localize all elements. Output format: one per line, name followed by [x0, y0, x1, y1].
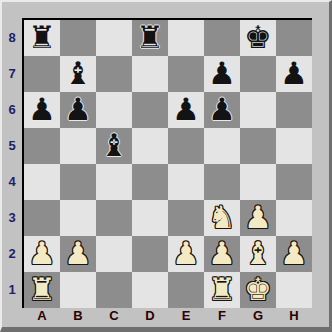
white-rook[interactable]: ♜ [24, 272, 60, 308]
square-b8[interactable] [60, 20, 96, 56]
square-d8[interactable]: ♜ [132, 20, 168, 56]
chess-diagram: ♜♜♚♝♟♟♟♟♟♟♝♞♟♟♟♟♟♝♟♜♜♚ 87654321 ABCDEFGH [0, 0, 332, 332]
square-g6[interactable] [240, 92, 276, 128]
file-label-a: A [24, 308, 60, 326]
chess-board: ♜♜♚♝♟♟♟♟♟♟♝♞♟♟♟♟♟♝♟♜♜♚ [22, 18, 312, 308]
square-d7[interactable] [132, 56, 168, 92]
file-label-f: F [204, 308, 240, 326]
rank-label-7: 7 [2, 56, 22, 92]
white-knight[interactable]: ♞ [204, 200, 240, 236]
white-pawn[interactable]: ♟ [204, 236, 240, 272]
rank-label-5: 5 [2, 128, 22, 164]
square-e2[interactable]: ♟ [168, 236, 204, 272]
square-b6[interactable]: ♟ [60, 92, 96, 128]
square-f3[interactable]: ♞ [204, 200, 240, 236]
square-f6[interactable]: ♟ [204, 92, 240, 128]
square-a2[interactable]: ♟ [24, 236, 60, 272]
square-c3[interactable] [96, 200, 132, 236]
square-d4[interactable] [132, 164, 168, 200]
square-a4[interactable] [24, 164, 60, 200]
square-h7[interactable]: ♟ [276, 56, 312, 92]
black-king[interactable]: ♚ [240, 20, 276, 56]
square-c2[interactable] [96, 236, 132, 272]
square-h2[interactable]: ♟ [276, 236, 312, 272]
black-rook[interactable]: ♜ [132, 20, 168, 56]
file-label-b: B [60, 308, 96, 326]
white-pawn[interactable]: ♟ [240, 200, 276, 236]
black-rook[interactable]: ♜ [24, 20, 60, 56]
rank-label-6: 6 [2, 92, 22, 128]
white-pawn[interactable]: ♟ [168, 236, 204, 272]
square-f4[interactable] [204, 164, 240, 200]
square-g1[interactable]: ♚ [240, 272, 276, 308]
square-e3[interactable] [168, 200, 204, 236]
black-pawn[interactable]: ♟ [204, 92, 240, 128]
square-f1[interactable]: ♜ [204, 272, 240, 308]
rank-label-1: 1 [2, 272, 22, 308]
square-g2[interactable]: ♝ [240, 236, 276, 272]
square-b3[interactable] [60, 200, 96, 236]
file-label-e: E [168, 308, 204, 326]
file-label-d: D [132, 308, 168, 326]
white-bishop[interactable]: ♝ [240, 236, 276, 272]
square-g3[interactable]: ♟ [240, 200, 276, 236]
black-pawn[interactable]: ♟ [204, 56, 240, 92]
square-b2[interactable]: ♟ [60, 236, 96, 272]
square-e4[interactable] [168, 164, 204, 200]
square-h5[interactable] [276, 128, 312, 164]
square-e6[interactable]: ♟ [168, 92, 204, 128]
square-d6[interactable] [132, 92, 168, 128]
rank-label-8: 8 [2, 20, 22, 56]
square-d1[interactable] [132, 272, 168, 308]
square-f5[interactable] [204, 128, 240, 164]
rank-label-4: 4 [2, 164, 22, 200]
square-e8[interactable] [168, 20, 204, 56]
square-g4[interactable] [240, 164, 276, 200]
black-bishop[interactable]: ♝ [60, 56, 96, 92]
white-pawn[interactable]: ♟ [24, 236, 60, 272]
square-e1[interactable] [168, 272, 204, 308]
square-d5[interactable] [132, 128, 168, 164]
square-b1[interactable] [60, 272, 96, 308]
square-f2[interactable]: ♟ [204, 236, 240, 272]
square-a1[interactable]: ♜ [24, 272, 60, 308]
white-king[interactable]: ♚ [240, 272, 276, 308]
square-f8[interactable] [204, 20, 240, 56]
rank-label-3: 3 [2, 200, 22, 236]
square-e7[interactable] [168, 56, 204, 92]
square-b4[interactable] [60, 164, 96, 200]
square-h1[interactable] [276, 272, 312, 308]
square-c4[interactable] [96, 164, 132, 200]
square-c6[interactable] [96, 92, 132, 128]
square-a3[interactable] [24, 200, 60, 236]
file-label-h: H [276, 308, 312, 326]
square-c1[interactable] [96, 272, 132, 308]
white-pawn[interactable]: ♟ [276, 236, 312, 272]
white-pawn[interactable]: ♟ [60, 236, 96, 272]
square-a7[interactable] [24, 56, 60, 92]
square-g5[interactable] [240, 128, 276, 164]
file-label-g: G [240, 308, 276, 326]
file-label-c: C [96, 308, 132, 326]
square-d2[interactable] [132, 236, 168, 272]
square-h3[interactable] [276, 200, 312, 236]
square-h6[interactable] [276, 92, 312, 128]
square-a8[interactable]: ♜ [24, 20, 60, 56]
rank-label-2: 2 [2, 236, 22, 272]
square-g7[interactable] [240, 56, 276, 92]
square-a6[interactable]: ♟ [24, 92, 60, 128]
square-h8[interactable] [276, 20, 312, 56]
square-c5[interactable]: ♝ [96, 128, 132, 164]
black-pawn[interactable]: ♟ [168, 92, 204, 128]
square-c8[interactable] [96, 20, 132, 56]
white-rook[interactable]: ♜ [204, 272, 240, 308]
black-pawn[interactable]: ♟ [24, 92, 60, 128]
square-b7[interactable]: ♝ [60, 56, 96, 92]
black-bishop[interactable]: ♝ [96, 128, 132, 164]
square-h4[interactable] [276, 164, 312, 200]
square-f7[interactable]: ♟ [204, 56, 240, 92]
black-pawn[interactable]: ♟ [60, 92, 96, 128]
square-d3[interactable] [132, 200, 168, 236]
square-b5[interactable] [60, 128, 96, 164]
square-c7[interactable] [96, 56, 132, 92]
square-e5[interactable] [168, 128, 204, 164]
square-a5[interactable] [24, 128, 60, 164]
black-pawn[interactable]: ♟ [276, 56, 312, 92]
square-g8[interactable]: ♚ [240, 20, 276, 56]
